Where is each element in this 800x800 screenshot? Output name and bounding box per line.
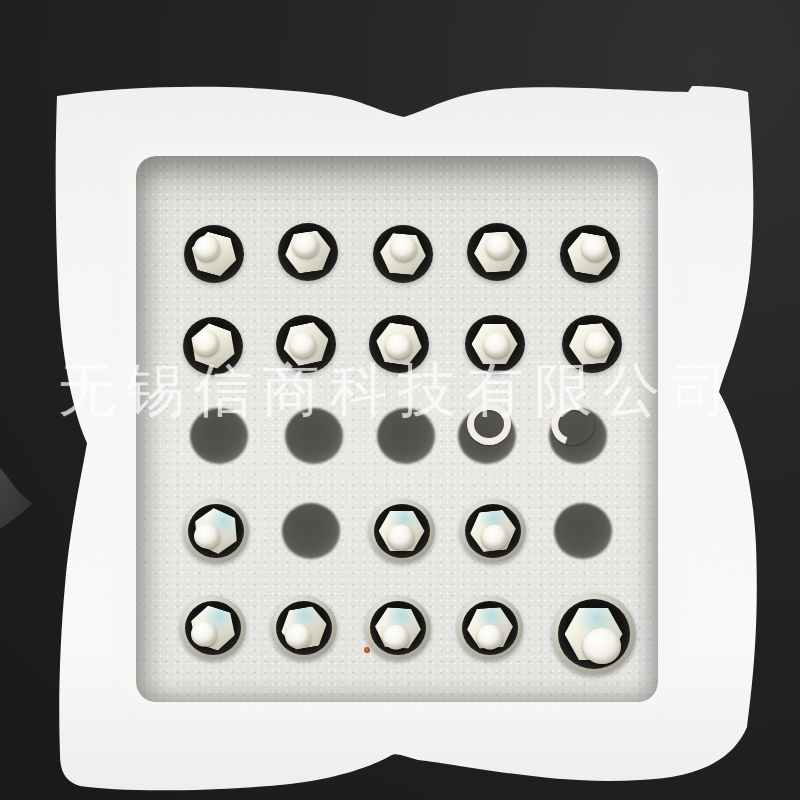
slot-r4c5	[541, 483, 634, 579]
debris-speck	[364, 647, 370, 653]
photo-scene: 无锡信商科技有限公司	[0, 0, 800, 800]
slot-r5c4	[448, 579, 541, 677]
slot-r1c3	[355, 209, 448, 299]
slot-r5c3	[355, 579, 448, 677]
slot-r2c3	[355, 299, 448, 389]
slot-r5c1	[169, 579, 262, 677]
slot-r1c2	[262, 209, 355, 299]
slot-r3c2	[262, 389, 355, 483]
foam-hole	[285, 408, 343, 464]
slot-r4c3	[355, 483, 448, 579]
bolt-boss	[293, 233, 319, 258]
bolt-boss	[285, 624, 311, 649]
slot-r5c2	[262, 579, 355, 677]
slot-r5c5	[541, 579, 634, 677]
bolt-boss	[484, 333, 510, 358]
slot-r3c3	[355, 389, 448, 483]
bolt-boss	[386, 334, 412, 359]
bolt-boss	[482, 525, 508, 550]
bolt-boss	[582, 236, 608, 261]
washer-ring	[467, 403, 511, 445]
slot-r3c4	[448, 389, 541, 483]
bolt-boss	[193, 331, 219, 356]
slot-r4c1	[169, 483, 262, 579]
bolt-boss	[486, 234, 512, 259]
bolt-boss	[585, 332, 611, 357]
slot-r2c5	[541, 299, 634, 389]
bolt-boss	[194, 524, 220, 549]
bolt-boss	[194, 236, 220, 261]
foam-hole	[554, 503, 612, 559]
bolt-boss	[290, 333, 316, 358]
slot-r1c1	[169, 209, 262, 299]
bolt-boss	[383, 625, 409, 650]
slot-r2c2	[262, 299, 355, 389]
bolt-boss	[388, 525, 414, 550]
foam-hole	[190, 408, 248, 464]
slot-r4c4	[448, 483, 541, 579]
foam-hole	[282, 503, 340, 559]
bolt-boss	[477, 625, 503, 650]
bolt-boss	[191, 622, 217, 647]
slot-r1c5	[541, 209, 634, 299]
slot-r4c2	[262, 483, 355, 579]
slot-r3c1	[169, 389, 262, 483]
foam-hole	[377, 408, 435, 464]
bolt-boss	[391, 236, 417, 261]
slot-r2c1	[169, 299, 262, 389]
slot-r2c4	[448, 299, 541, 389]
tray-grid	[169, 209, 634, 677]
slot-r3c5	[541, 389, 634, 483]
slot-r1c4	[448, 209, 541, 299]
bolt-boss	[583, 628, 621, 664]
